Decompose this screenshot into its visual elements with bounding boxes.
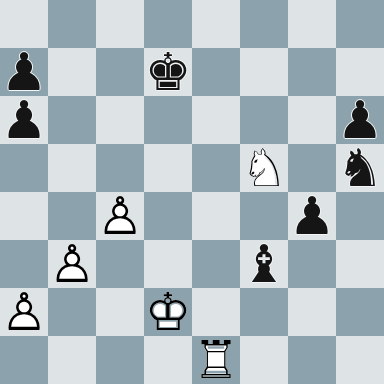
- square-d8[interactable]: [144, 0, 192, 48]
- white-pawn-glyph-fill: ♟: [96, 192, 144, 240]
- square-c2[interactable]: [96, 288, 144, 336]
- square-g1[interactable]: [288, 336, 336, 384]
- white-pawn-glyph-fill: ♟: [48, 240, 96, 288]
- white-king-glyph-fill: ♚: [144, 288, 192, 336]
- square-h6[interactable]: ♟: [336, 96, 384, 144]
- square-f4[interactable]: [240, 192, 288, 240]
- square-h5[interactable]: ♞: [336, 144, 384, 192]
- white-pawn[interactable]: ♟♙: [0, 288, 48, 336]
- square-d1[interactable]: [144, 336, 192, 384]
- square-c3[interactable]: [96, 240, 144, 288]
- black-pawn[interactable]: ♟: [336, 96, 384, 144]
- square-b6[interactable]: [48, 96, 96, 144]
- square-h3[interactable]: [336, 240, 384, 288]
- square-b5[interactable]: [48, 144, 96, 192]
- chess-board: ♟♚♟♟♞♘♞♟♙♟♟♙♝♟♙♚♔♜♖: [0, 0, 384, 384]
- square-f5[interactable]: ♞♘: [240, 144, 288, 192]
- black-bishop-glyph: ♝: [240, 240, 288, 288]
- white-pawn[interactable]: ♟♙: [96, 192, 144, 240]
- white-pawn-glyph-outline: ♙: [48, 240, 96, 288]
- white-pawn[interactable]: ♟♙: [48, 240, 96, 288]
- square-f7[interactable]: [240, 48, 288, 96]
- square-e3[interactable]: [192, 240, 240, 288]
- square-a4[interactable]: [0, 192, 48, 240]
- black-pawn-glyph: ♟: [336, 96, 384, 144]
- square-d6[interactable]: [144, 96, 192, 144]
- white-pawn-glyph-fill: ♟: [0, 288, 48, 336]
- white-king[interactable]: ♚♔: [144, 288, 192, 336]
- square-c1[interactable]: [96, 336, 144, 384]
- square-f1[interactable]: [240, 336, 288, 384]
- square-b8[interactable]: [48, 0, 96, 48]
- black-pawn[interactable]: ♟: [0, 96, 48, 144]
- square-h1[interactable]: [336, 336, 384, 384]
- square-e1[interactable]: ♜♖: [192, 336, 240, 384]
- square-c4[interactable]: ♟♙: [96, 192, 144, 240]
- black-pawn[interactable]: ♟: [288, 192, 336, 240]
- black-knight-glyph: ♞: [336, 144, 384, 192]
- square-b3[interactable]: ♟♙: [48, 240, 96, 288]
- square-g2[interactable]: [288, 288, 336, 336]
- square-d2[interactable]: ♚♔: [144, 288, 192, 336]
- square-h4[interactable]: [336, 192, 384, 240]
- square-h2[interactable]: [336, 288, 384, 336]
- square-b2[interactable]: [48, 288, 96, 336]
- square-f2[interactable]: [240, 288, 288, 336]
- square-b7[interactable]: [48, 48, 96, 96]
- square-a1[interactable]: [0, 336, 48, 384]
- square-c8[interactable]: [96, 0, 144, 48]
- black-king[interactable]: ♚: [144, 48, 192, 96]
- square-e6[interactable]: [192, 96, 240, 144]
- square-h7[interactable]: [336, 48, 384, 96]
- white-rook-glyph-fill: ♜: [192, 336, 240, 384]
- square-e5[interactable]: [192, 144, 240, 192]
- square-g8[interactable]: [288, 0, 336, 48]
- white-pawn-glyph-outline: ♙: [0, 288, 48, 336]
- black-bishop[interactable]: ♝: [240, 240, 288, 288]
- square-f6[interactable]: [240, 96, 288, 144]
- square-c5[interactable]: [96, 144, 144, 192]
- black-pawn-glyph: ♟: [0, 96, 48, 144]
- white-king-glyph-outline: ♔: [144, 288, 192, 336]
- square-g5[interactable]: [288, 144, 336, 192]
- square-d4[interactable]: [144, 192, 192, 240]
- square-h8[interactable]: [336, 0, 384, 48]
- black-pawn[interactable]: ♟: [0, 48, 48, 96]
- square-e4[interactable]: [192, 192, 240, 240]
- black-knight[interactable]: ♞: [336, 144, 384, 192]
- square-a2[interactable]: ♟♙: [0, 288, 48, 336]
- square-b1[interactable]: [48, 336, 96, 384]
- square-a8[interactable]: [0, 0, 48, 48]
- square-a6[interactable]: ♟: [0, 96, 48, 144]
- square-c7[interactable]: [96, 48, 144, 96]
- square-e7[interactable]: [192, 48, 240, 96]
- chess-board-container: ♟♚♟♟♞♘♞♟♙♟♟♙♝♟♙♚♔♜♖: [0, 0, 384, 384]
- square-g6[interactable]: [288, 96, 336, 144]
- white-rook-glyph-outline: ♖: [192, 336, 240, 384]
- white-knight[interactable]: ♞♘: [240, 144, 288, 192]
- square-a5[interactable]: [0, 144, 48, 192]
- black-king-glyph: ♚: [144, 48, 192, 96]
- square-e2[interactable]: [192, 288, 240, 336]
- square-f3[interactable]: ♝: [240, 240, 288, 288]
- square-d5[interactable]: [144, 144, 192, 192]
- square-d7[interactable]: ♚: [144, 48, 192, 96]
- white-knight-glyph-fill: ♞: [240, 144, 288, 192]
- square-a3[interactable]: [0, 240, 48, 288]
- square-g4[interactable]: ♟: [288, 192, 336, 240]
- black-pawn-glyph: ♟: [0, 48, 48, 96]
- square-e8[interactable]: [192, 0, 240, 48]
- square-d3[interactable]: [144, 240, 192, 288]
- black-pawn-glyph: ♟: [288, 192, 336, 240]
- white-knight-glyph-outline: ♘: [240, 144, 288, 192]
- square-b4[interactable]: [48, 192, 96, 240]
- white-rook[interactable]: ♜♖: [192, 336, 240, 384]
- square-g3[interactable]: [288, 240, 336, 288]
- square-g7[interactable]: [288, 48, 336, 96]
- square-c6[interactable]: [96, 96, 144, 144]
- square-a7[interactable]: ♟: [0, 48, 48, 96]
- square-f8[interactable]: [240, 0, 288, 48]
- white-pawn-glyph-outline: ♙: [96, 192, 144, 240]
